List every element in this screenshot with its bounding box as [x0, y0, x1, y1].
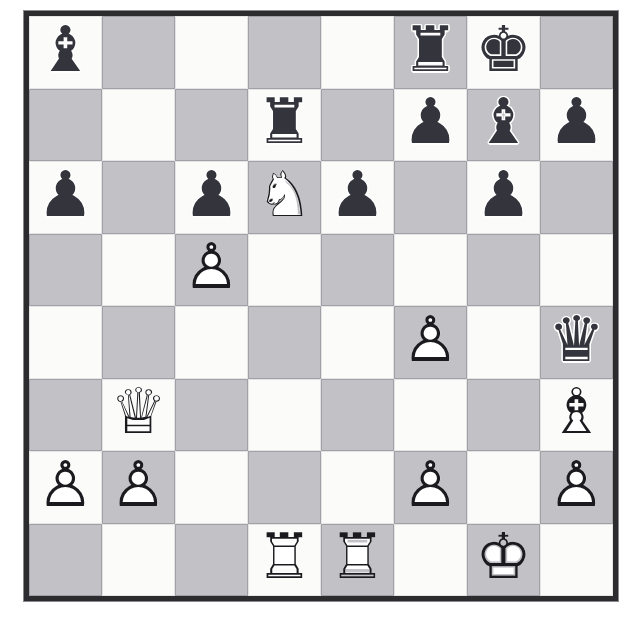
- piece-white-knight: ♞♘: [248, 161, 321, 234]
- piece-black-pawn: ♟: [467, 161, 540, 234]
- square-a5[interactable]: [29, 234, 102, 307]
- piece-black-bishop: ♝: [467, 89, 540, 162]
- square-e5[interactable]: [321, 234, 394, 307]
- white-rook-outline: ♖: [321, 524, 394, 597]
- square-e4[interactable]: [321, 306, 394, 379]
- piece-white-pawn: ♟♙: [29, 451, 102, 524]
- piece-black-king: ♚: [467, 16, 540, 89]
- square-d8[interactable]: [248, 16, 321, 89]
- square-d3[interactable]: [248, 379, 321, 452]
- chess-board-frame: ♝♜♚♜♟♝♟♟♟♞♘♟♟♟♙♟♙♛♛♕♝♗♟♙♟♙♟♙♟♙♜♖♜♖♚♔: [24, 11, 618, 601]
- square-e7[interactable]: [321, 89, 394, 162]
- square-a7[interactable]: [29, 89, 102, 162]
- square-b3[interactable]: ♛♕: [102, 379, 175, 452]
- square-b1[interactable]: [102, 524, 175, 597]
- piece-white-rook: ♜♖: [321, 524, 394, 597]
- black-bishop-glyph: ♝: [467, 89, 540, 162]
- square-g7[interactable]: ♝: [467, 89, 540, 162]
- square-c7[interactable]: [175, 89, 248, 162]
- black-king-glyph: ♚: [467, 16, 540, 89]
- black-queen-glyph: ♛: [540, 306, 613, 379]
- piece-black-rook: ♜: [394, 16, 467, 89]
- white-bishop-outline: ♗: [540, 379, 613, 452]
- white-pawn-outline: ♙: [394, 306, 467, 379]
- square-e3[interactable]: [321, 379, 394, 452]
- square-e1[interactable]: ♜♖: [321, 524, 394, 597]
- white-pawn-outline: ♙: [175, 234, 248, 307]
- square-g2[interactable]: [467, 451, 540, 524]
- square-f4[interactable]: ♟♙: [394, 306, 467, 379]
- piece-black-rook: ♜: [248, 89, 321, 162]
- black-rook-glyph: ♜: [394, 16, 467, 89]
- square-b5[interactable]: [102, 234, 175, 307]
- square-d4[interactable]: [248, 306, 321, 379]
- piece-black-pawn: ♟: [540, 89, 613, 162]
- square-c4[interactable]: [175, 306, 248, 379]
- piece-white-pawn: ♟♙: [394, 306, 467, 379]
- white-knight-outline: ♘: [248, 161, 321, 234]
- white-queen-outline: ♕: [102, 379, 175, 452]
- square-f8[interactable]: ♜: [394, 16, 467, 89]
- square-c2[interactable]: [175, 451, 248, 524]
- piece-black-queen: ♛: [540, 306, 613, 379]
- square-c6[interactable]: ♟: [175, 161, 248, 234]
- square-g3[interactable]: [467, 379, 540, 452]
- piece-white-rook: ♜♖: [248, 524, 321, 597]
- square-d2[interactable]: [248, 451, 321, 524]
- square-e6[interactable]: ♟: [321, 161, 394, 234]
- square-h8[interactable]: [540, 16, 613, 89]
- piece-white-king: ♚♔: [467, 524, 540, 597]
- black-bishop-glyph: ♝: [29, 16, 102, 89]
- square-h1[interactable]: [540, 524, 613, 597]
- piece-white-pawn: ♟♙: [175, 234, 248, 307]
- square-f1[interactable]: [394, 524, 467, 597]
- white-pawn-outline: ♙: [540, 451, 613, 524]
- square-g6[interactable]: ♟: [467, 161, 540, 234]
- square-h3[interactable]: ♝♗: [540, 379, 613, 452]
- square-f7[interactable]: ♟: [394, 89, 467, 162]
- piece-white-queen: ♛♕: [102, 379, 175, 452]
- square-g1[interactable]: ♚♔: [467, 524, 540, 597]
- square-h7[interactable]: ♟: [540, 89, 613, 162]
- square-h6[interactable]: [540, 161, 613, 234]
- square-a3[interactable]: [29, 379, 102, 452]
- piece-black-bishop: ♝: [29, 16, 102, 89]
- piece-white-pawn: ♟♙: [540, 451, 613, 524]
- square-a4[interactable]: [29, 306, 102, 379]
- square-d5[interactable]: [248, 234, 321, 307]
- square-b7[interactable]: [102, 89, 175, 162]
- square-g8[interactable]: ♚: [467, 16, 540, 89]
- square-e8[interactable]: [321, 16, 394, 89]
- black-pawn-glyph: ♟: [394, 89, 467, 162]
- black-rook-glyph: ♜: [248, 89, 321, 162]
- square-g4[interactable]: [467, 306, 540, 379]
- black-pawn-glyph: ♟: [467, 161, 540, 234]
- black-pawn-glyph: ♟: [321, 161, 394, 234]
- white-pawn-outline: ♙: [29, 451, 102, 524]
- square-d1[interactable]: ♜♖: [248, 524, 321, 597]
- black-pawn-glyph: ♟: [175, 161, 248, 234]
- square-a2[interactable]: ♟♙: [29, 451, 102, 524]
- square-g5[interactable]: [467, 234, 540, 307]
- square-d7[interactable]: ♜: [248, 89, 321, 162]
- square-c5[interactable]: ♟♙: [175, 234, 248, 307]
- square-b2[interactable]: ♟♙: [102, 451, 175, 524]
- piece-white-bishop: ♝♗: [540, 379, 613, 452]
- square-d6[interactable]: ♞♘: [248, 161, 321, 234]
- black-pawn-glyph: ♟: [29, 161, 102, 234]
- square-f5[interactable]: [394, 234, 467, 307]
- square-b6[interactable]: [102, 161, 175, 234]
- square-a1[interactable]: [29, 524, 102, 597]
- square-f2[interactable]: ♟♙: [394, 451, 467, 524]
- piece-black-pawn: ♟: [175, 161, 248, 234]
- square-c3[interactable]: [175, 379, 248, 452]
- white-rook-outline: ♖: [248, 524, 321, 597]
- square-f3[interactable]: [394, 379, 467, 452]
- black-pawn-glyph: ♟: [540, 89, 613, 162]
- piece-black-pawn: ♟: [394, 89, 467, 162]
- square-a8[interactable]: ♝: [29, 16, 102, 89]
- square-b8[interactable]: [102, 16, 175, 89]
- square-h4[interactable]: ♛: [540, 306, 613, 379]
- square-h5[interactable]: [540, 234, 613, 307]
- piece-white-pawn: ♟♙: [102, 451, 175, 524]
- chess-board: ♝♜♚♜♟♝♟♟♟♞♘♟♟♟♙♟♙♛♛♕♝♗♟♙♟♙♟♙♟♙♜♖♜♖♚♔: [29, 16, 613, 596]
- square-h2[interactable]: ♟♙: [540, 451, 613, 524]
- square-a6[interactable]: ♟: [29, 161, 102, 234]
- square-e2[interactable]: [321, 451, 394, 524]
- square-f6[interactable]: [394, 161, 467, 234]
- white-pawn-outline: ♙: [102, 451, 175, 524]
- piece-black-pawn: ♟: [29, 161, 102, 234]
- white-king-outline: ♔: [467, 524, 540, 597]
- square-b4[interactable]: [102, 306, 175, 379]
- piece-white-pawn: ♟♙: [394, 451, 467, 524]
- white-pawn-outline: ♙: [394, 451, 467, 524]
- square-c1[interactable]: [175, 524, 248, 597]
- square-c8[interactable]: [175, 16, 248, 89]
- piece-black-pawn: ♟: [321, 161, 394, 234]
